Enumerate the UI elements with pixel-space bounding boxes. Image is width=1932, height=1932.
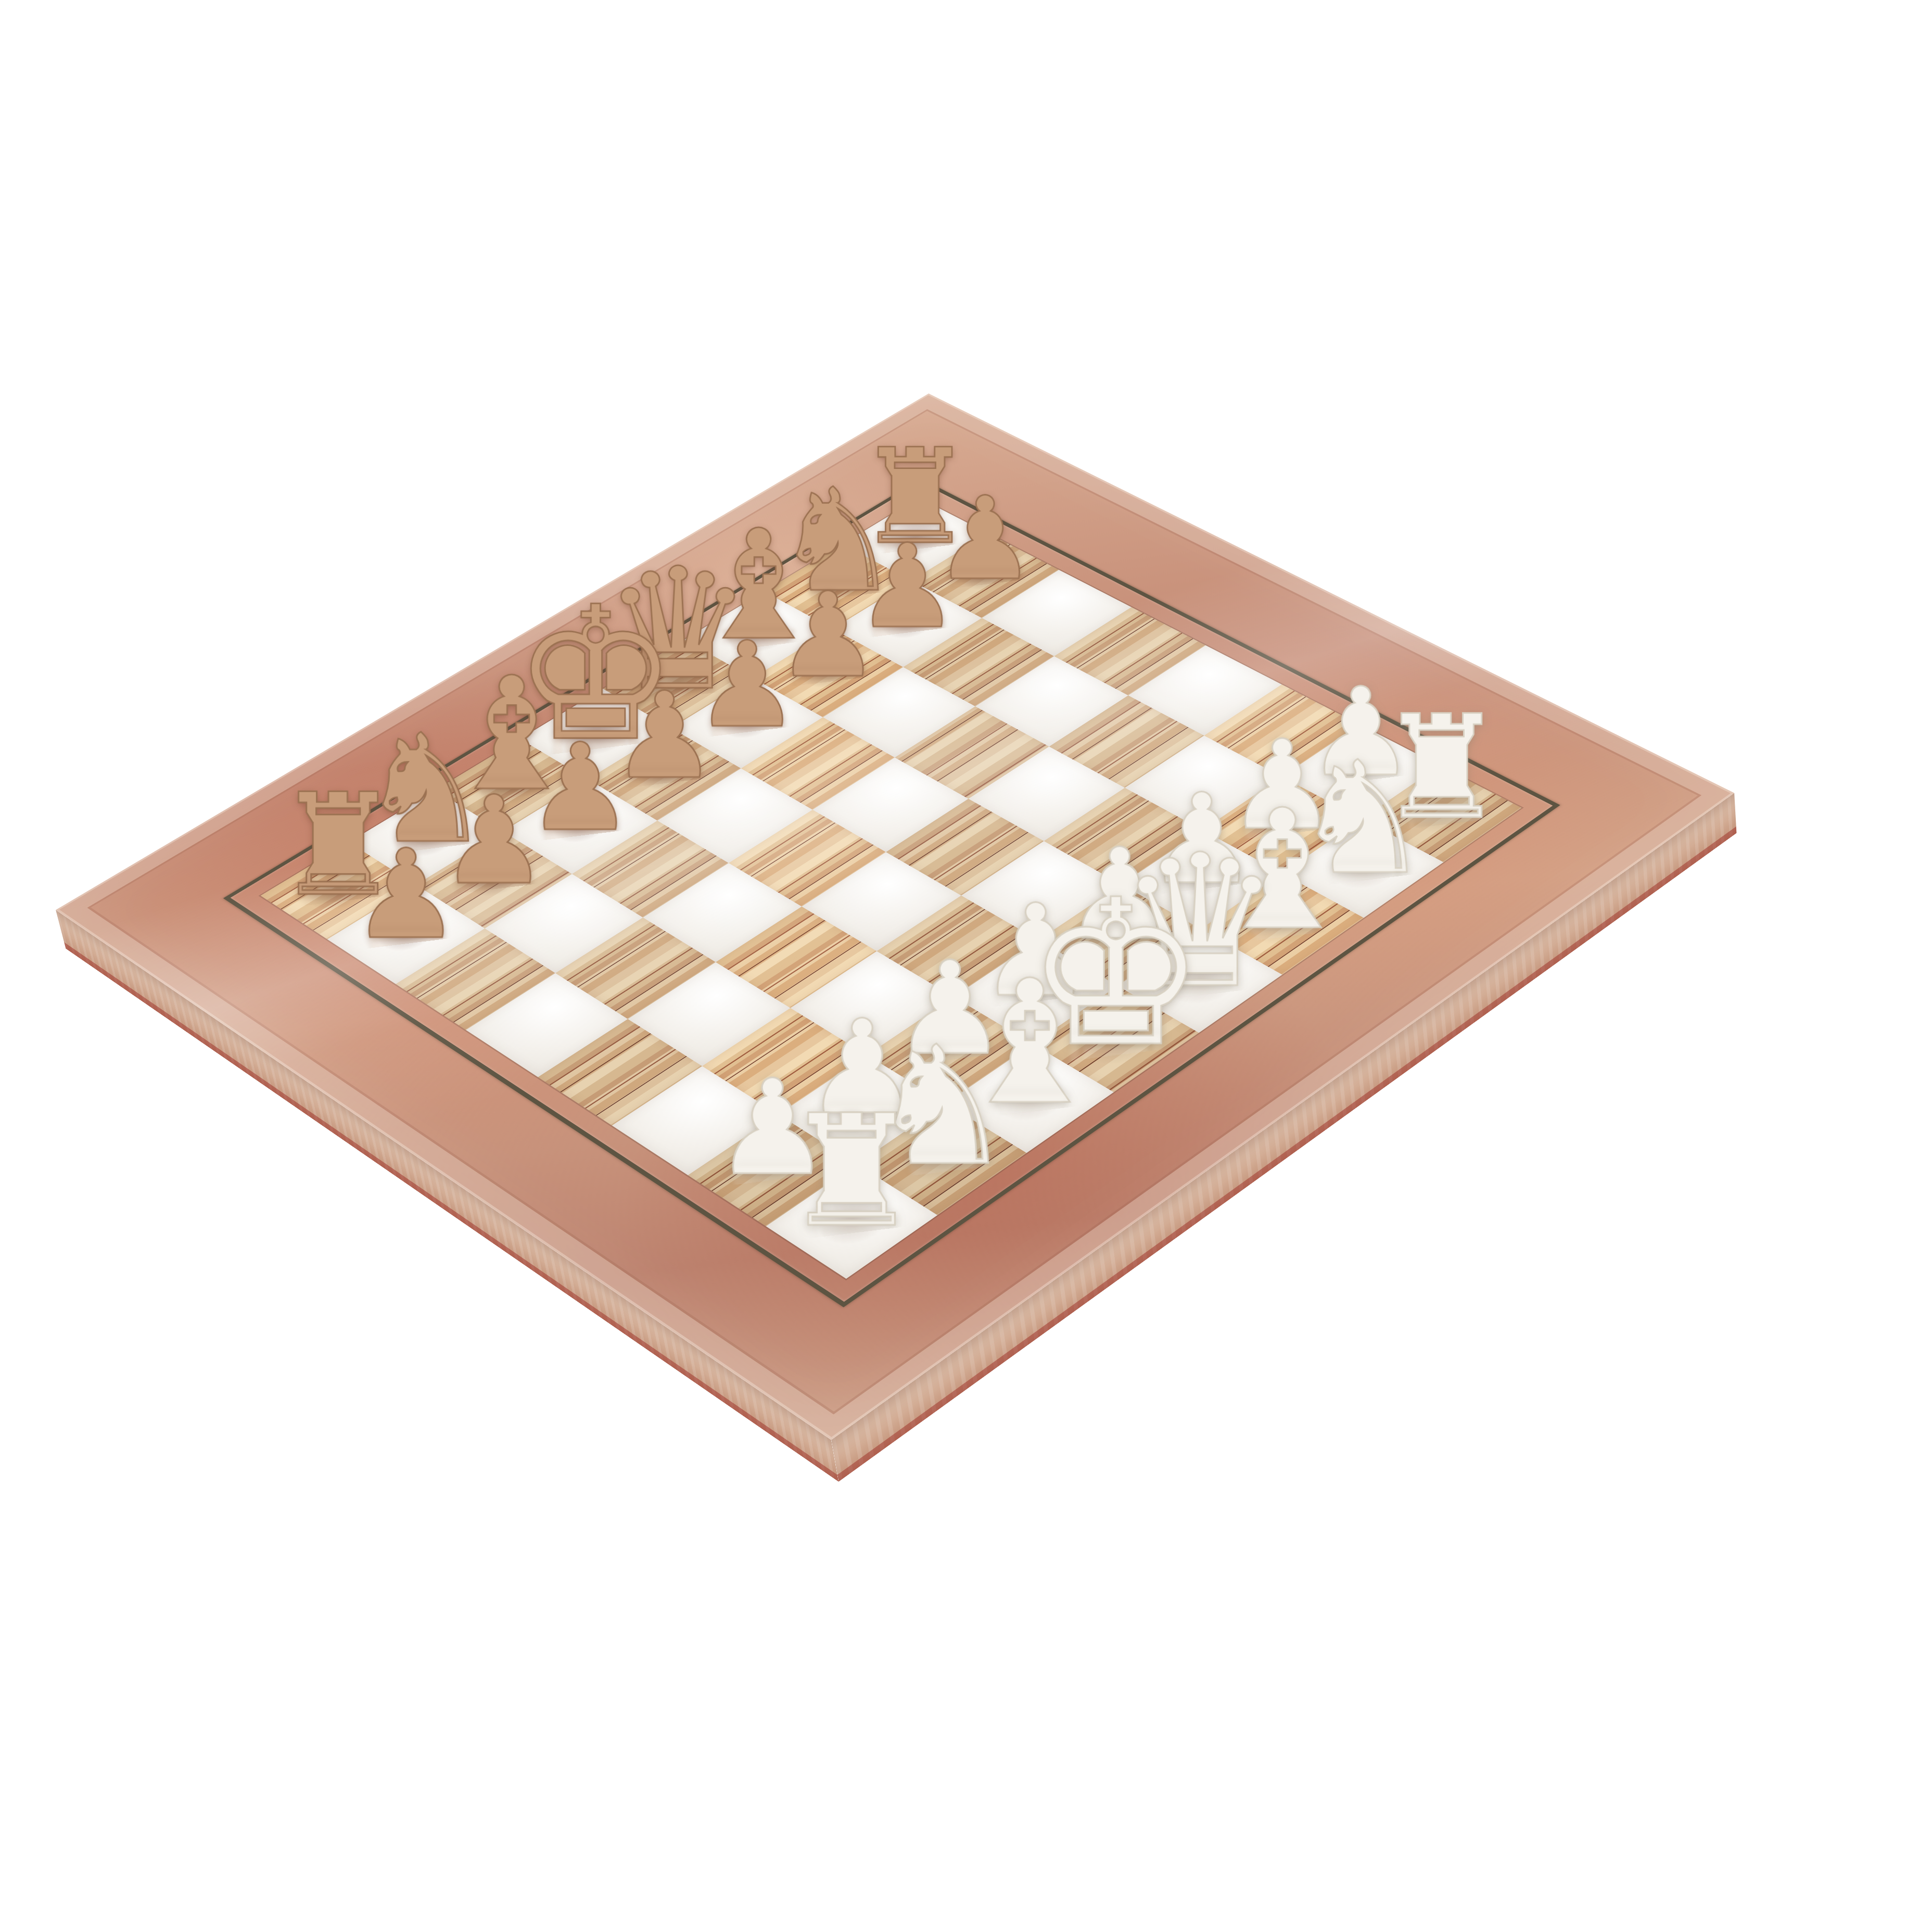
square-h5 <box>466 973 628 1077</box>
perspective-wrapper: ♜♜♞♞♝♝♛♛♚♚♝♝♞♞♜♜♟♟♟♟♟♟♟♟♟♟♟♟♟♟♟♟♟♟♟♟♟♟♟♟… <box>0 0 1932 1932</box>
board-rim <box>56 393 1734 1440</box>
camera-tilt-wrapper: ♜♜♞♞♝♝♛♛♚♚♝♝♞♞♜♜♟♟♟♟♟♟♟♟♟♟♟♟♟♟♟♟♟♟♟♟♟♟♟♟… <box>0 0 1932 1932</box>
product-photo-stage: ♜♜♞♞♝♝♛♛♚♚♝♝♞♞♜♜♟♟♟♟♟♟♟♟♟♟♟♟♟♟♟♟♟♟♟♟♟♟♟♟… <box>0 0 1932 1932</box>
square-g5 <box>555 918 716 1019</box>
chess-board: ♜♜♞♞♝♝♛♛♚♚♝♝♞♞♜♜♟♟♟♟♟♟♟♟♟♟♟♟♟♟♟♟♟♟♟♟♟♟♟♟… <box>56 393 1734 1440</box>
